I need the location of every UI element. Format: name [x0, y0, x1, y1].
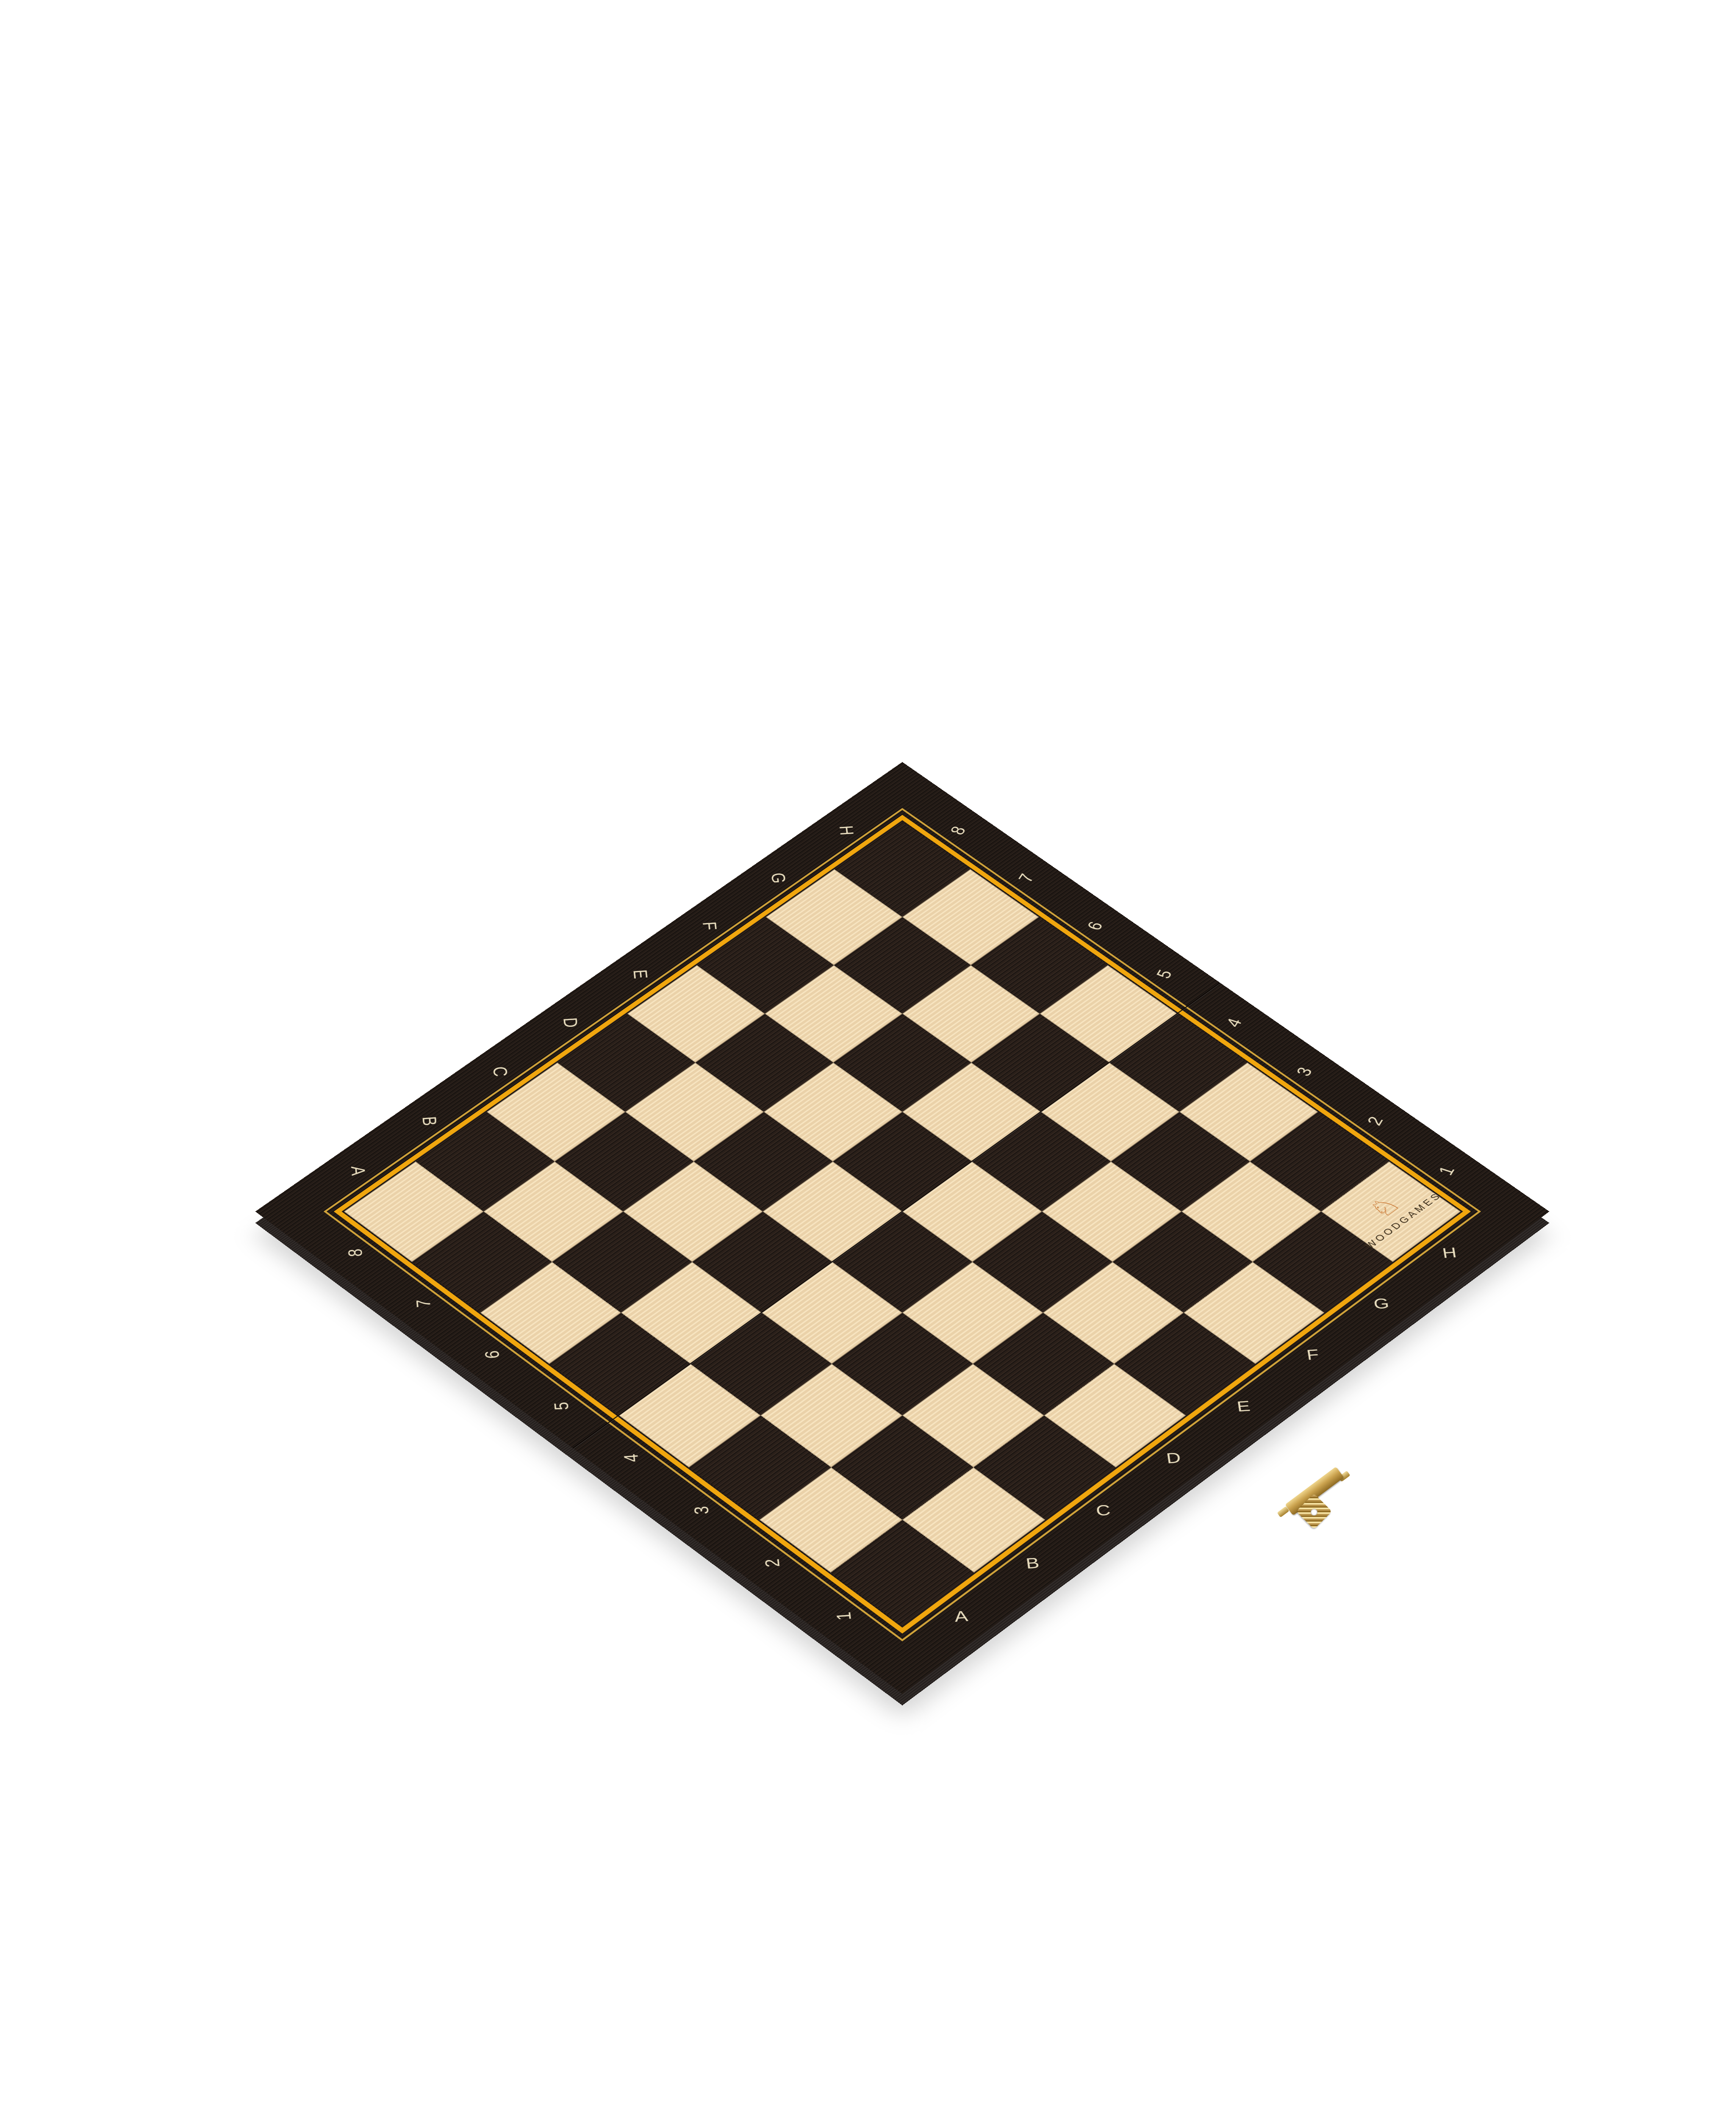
chessboard: ♘ WOODGAMES 88HH77GG66FF55EE44DD33CC22BB…	[255, 762, 1550, 1694]
clasp-pendant-hole	[1311, 1509, 1317, 1516]
brass-clasp	[1275, 1461, 1360, 1550]
product-photo-scene: ♘ WOODGAMES 88HH77GG66FF55EE44DD33CC22BB…	[0, 0, 1736, 2118]
